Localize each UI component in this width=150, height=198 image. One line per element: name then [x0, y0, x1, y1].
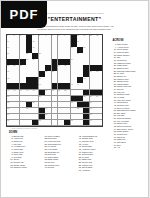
grid-cell-black [96, 90, 102, 96]
cell-number: 53 [7, 96, 13, 98]
grid-cell-black [83, 102, 89, 108]
grid-cell-black [83, 114, 89, 120]
grid-cell [45, 120, 51, 126]
grid-cell [64, 114, 70, 120]
grid-cell: 4 [32, 35, 38, 41]
grid-cell [45, 96, 51, 102]
clue-number: 13 [9, 166, 13, 168]
cell-number: 62 [7, 108, 13, 110]
grid-cell: 54 [39, 96, 45, 102]
grid-cell [64, 71, 70, 77]
grid-cell: 43 [77, 83, 83, 89]
grid-cell: 70 [7, 120, 13, 126]
grid-cell [58, 77, 64, 83]
grid-cell-black [83, 71, 89, 77]
grid-cell [58, 71, 64, 77]
grid-cell [96, 59, 102, 65]
grid-cell: 41 [39, 83, 45, 89]
grid-cell [32, 96, 38, 102]
cell-number: 9 [64, 35, 70, 37]
cell-number: 59 [33, 102, 39, 104]
grid-cell-black [26, 77, 32, 83]
down-clue-columns: 1Big top star2Actor's line3Night club4Fa… [9, 135, 109, 172]
grid-cell-black [39, 90, 45, 96]
cell-number: 2 [14, 35, 20, 37]
cell-number: 61 [90, 102, 96, 104]
grid-cell: 39 [39, 77, 45, 83]
cell-number: 51 [58, 90, 64, 92]
cell-number: 60 [71, 102, 77, 104]
cell-number: 41 [39, 84, 45, 86]
cell-number: 46 [20, 90, 26, 92]
cell-number: 45 [14, 90, 20, 92]
grid-cell [64, 108, 70, 114]
pdf-badge[interactable]: PDF [1, 1, 47, 28]
down-clue: 13Marquee name [9, 166, 41, 168]
grid-cell [13, 47, 19, 53]
cell-number: 66 [90, 108, 96, 110]
grid-cell [13, 53, 19, 59]
grid-cell: 33 [7, 71, 13, 77]
grid-cell-black [71, 96, 77, 102]
grid-cell [45, 59, 51, 65]
grid-cell: 66 [90, 108, 96, 114]
down-clue-column-2: 19Roller coaster22Drum solo24Front row s… [43, 135, 75, 172]
grid-cell [20, 102, 26, 108]
grid-cell-black [32, 77, 38, 83]
cell-number: 50 [52, 90, 58, 92]
cell-number: 31 [58, 65, 64, 67]
grid-cell [13, 102, 19, 108]
grid-cell [83, 53, 89, 59]
grid-cell [20, 114, 26, 120]
grid-cell-black [26, 47, 32, 53]
grid-cell: 19 [71, 47, 77, 53]
grid-cell [45, 83, 51, 89]
cell-number: 48 [33, 90, 39, 92]
grid-cell [64, 77, 70, 83]
grid-cell [52, 108, 58, 114]
grid-cell [45, 102, 51, 108]
grid-cell [64, 102, 70, 108]
cell-number: 56 [90, 96, 96, 98]
grid-cell [45, 77, 51, 83]
cell-number: 32 [64, 65, 70, 67]
grid-cell-black [83, 90, 89, 96]
grid-cell: 32 [64, 65, 70, 71]
grid-cell [58, 41, 64, 47]
grid-cell [13, 41, 19, 47]
grid-cell-black [58, 59, 64, 65]
grid-cell: 37 [96, 71, 102, 77]
grid-cell: 56 [90, 96, 96, 102]
grid-cell-black [83, 120, 89, 126]
grid-cell [39, 59, 45, 65]
grid-cell-black [26, 35, 32, 41]
grid-cell [32, 71, 38, 77]
grid-cell: 63 [26, 108, 32, 114]
cell-number: 43 [77, 84, 83, 86]
cell-number: 1 [7, 35, 13, 37]
grid-cell: 44 [7, 90, 13, 96]
grid-cell [52, 53, 58, 59]
grid-cell [58, 47, 64, 53]
grid-cell-black [83, 65, 89, 71]
grid-cell [71, 77, 77, 83]
grid-cell [45, 53, 51, 59]
grid-cell [90, 53, 96, 59]
grid-cell-black [52, 59, 58, 65]
grid-cell [96, 114, 102, 120]
grid-cell [45, 47, 51, 53]
grid-cell [20, 53, 26, 59]
grid-cell: 21 [7, 53, 13, 59]
clue-text: Reruns [48, 166, 75, 168]
grid-cell: 11 [83, 35, 89, 41]
grid-cell [58, 102, 64, 108]
grid-cell [96, 102, 102, 108]
clue-number: 71 [113, 146, 117, 148]
grid-cell [77, 65, 83, 71]
grid-cell [71, 90, 77, 96]
cell-number: 34 [45, 71, 51, 73]
grid-cell [77, 71, 83, 77]
grid-cell-black [20, 59, 26, 65]
cell-number: 67 [7, 114, 13, 116]
cell-number: 15 [33, 41, 39, 43]
grid-cell [32, 108, 38, 114]
document-page: PDF Reprinted and printable from the Voc… [0, 0, 149, 198]
grid-cell: 38 [7, 77, 13, 83]
grid-cell: 13 [96, 35, 102, 41]
grid-cell: 68 [45, 114, 51, 120]
cell-number: 36 [90, 71, 96, 73]
down-clue: 63Applause [77, 169, 109, 171]
cell-number: 39 [39, 78, 45, 80]
grid-cell: 8 [58, 35, 64, 41]
grid-cell: 71 [39, 120, 45, 126]
grid-cell-black [39, 108, 45, 114]
grid-cell [26, 114, 32, 120]
grid-cell: 31 [58, 65, 64, 71]
cell-number: 7 [52, 35, 58, 37]
grid-cell [64, 53, 70, 59]
grid-cell [20, 47, 26, 53]
grid-cell [26, 71, 32, 77]
cell-number: 6 [45, 35, 51, 37]
grid-cell [39, 102, 45, 108]
grid-cell [83, 41, 89, 47]
grid-cell: 60 [71, 102, 77, 108]
grid-cell [52, 96, 58, 102]
grid-cell: 36 [90, 71, 96, 77]
cell-number: 29 [14, 65, 20, 67]
grid-cell-black [26, 83, 32, 89]
cell-number: 17 [7, 47, 13, 49]
grid-cell [90, 77, 96, 83]
grid-cell-black [77, 47, 83, 53]
grid-cell: 49 [45, 90, 51, 96]
grid-cell-black [32, 83, 38, 89]
cell-number: 70 [7, 120, 13, 122]
grid-cell [52, 102, 58, 108]
grid-cell-black [64, 83, 70, 89]
cell-number: 57 [96, 96, 102, 98]
cell-number: 42 [71, 84, 77, 86]
grid-cell [13, 77, 19, 83]
grid-cell [77, 59, 83, 65]
grid-cell: 55 [83, 96, 89, 102]
cell-number: 27 [71, 59, 77, 61]
grid-cell: 12 [90, 35, 96, 41]
grid-cell: 51 [58, 90, 64, 96]
clue-number: 41 [43, 166, 47, 168]
grid-cell: 46 [20, 90, 26, 96]
grid-cell [71, 71, 77, 77]
grid-cell: 42 [71, 83, 77, 89]
grid-cell [96, 47, 102, 53]
cell-number: 5 [39, 35, 45, 37]
cell-number: 40 [84, 78, 90, 80]
grid-cell: 29 [13, 65, 19, 71]
grid-cell: 18 [32, 47, 38, 53]
grid-cell-black [32, 120, 38, 126]
grid-cell: 25 [26, 59, 32, 65]
grid-cell [52, 41, 58, 47]
grid-cell: 23 [39, 53, 45, 59]
grid-cell [58, 120, 64, 126]
grid-cell-black [90, 65, 96, 71]
grid-cell-black [64, 120, 70, 126]
grid-cell [83, 83, 89, 89]
cell-number: 37 [96, 71, 102, 73]
grid-cell: 17 [7, 47, 13, 53]
cell-number: 4 [33, 35, 39, 37]
grid-cell: 10 [77, 35, 83, 41]
grid-cell-black [58, 83, 64, 89]
grid-cell [96, 77, 102, 83]
grid-cell-black [13, 59, 19, 65]
grid-cell [32, 114, 38, 120]
cell-number: 44 [7, 90, 13, 92]
across-heading: ACROSS [113, 39, 150, 42]
grid-cell: 48 [32, 90, 38, 96]
grid-cell: 45 [13, 90, 19, 96]
grid-cell [39, 65, 45, 71]
grid-cell-black [45, 65, 51, 71]
cell-number: 33 [7, 71, 13, 73]
grid-cell-black [26, 41, 32, 47]
grid-cell: 27 [71, 59, 77, 65]
cell-number: 38 [7, 78, 13, 80]
grid-cell [90, 59, 96, 65]
cell-number: 12 [90, 35, 96, 37]
grid-cell [96, 120, 102, 126]
cell-number: 26 [33, 59, 39, 61]
cell-number: 3 [20, 35, 26, 37]
grid-cell: 53 [7, 96, 13, 102]
grid-cell [20, 71, 26, 77]
grid-cell: 1 [7, 35, 13, 41]
grid-cell [13, 96, 19, 102]
grid-cell [20, 120, 26, 126]
across-clue-list: 1Jazz combo4A ticket seller10Movie snack… [113, 43, 150, 148]
grid-cell [32, 65, 38, 71]
grid-cell [39, 41, 45, 47]
cell-number: 14 [7, 41, 13, 43]
grid-cell: 52 [64, 90, 70, 96]
grid-cell [13, 108, 19, 114]
grid-cell: 14 [7, 41, 13, 47]
grid-cell-black [77, 102, 83, 108]
cell-number: 71 [39, 120, 45, 122]
grid-cell: 2 [13, 35, 19, 41]
grid-cell: 26 [32, 59, 38, 65]
grid-cell: 30 [20, 65, 26, 71]
grid-cell [26, 65, 32, 71]
down-clue: 41Reruns [43, 166, 75, 168]
grid-cell [52, 77, 58, 83]
grid-cell [90, 47, 96, 53]
cell-number: 72 [71, 120, 77, 122]
grid-cell-black [52, 83, 58, 89]
grid-cell [96, 83, 102, 89]
grid-cell: 58 [7, 102, 13, 108]
cell-number: 52 [64, 90, 70, 92]
grid-cell [96, 41, 102, 47]
grid-cell [52, 114, 58, 120]
grid-cell-black [71, 41, 77, 47]
crossword-grid: 1234567891011121314151617181920212223242… [6, 34, 103, 127]
grid-cell: 64 [45, 108, 51, 114]
grid-cell [71, 53, 77, 59]
grid-cell-black [13, 83, 19, 89]
cell-number: 11 [84, 35, 90, 37]
cell-number: 24 [77, 53, 83, 55]
grid-cell [77, 114, 83, 120]
down-section: DOWN 1Big top star2Actor's line3Night cl… [9, 131, 109, 172]
cell-number: 68 [45, 114, 51, 116]
grid-cell: 47 [26, 90, 32, 96]
grid-cell: 7 [52, 35, 58, 41]
cell-number: 18 [33, 47, 39, 49]
grid-cell: 50 [52, 90, 58, 96]
grid-cell [20, 108, 26, 114]
grid-cell [52, 120, 58, 126]
grid-cell: 5 [39, 35, 45, 41]
cell-number: 58 [7, 102, 13, 104]
grid-cell-black [83, 108, 89, 114]
grid-cell: 9 [64, 35, 70, 41]
down-heading: DOWN [9, 131, 109, 134]
cell-number: 10 [77, 35, 83, 37]
cell-number: 73 [90, 120, 96, 122]
down-clue-column-1: 1Big top star2Actor's line3Night club4Fa… [9, 135, 41, 172]
grid-cell [96, 53, 102, 59]
grid-cell [52, 47, 58, 53]
grid-cell [58, 53, 64, 59]
grid-cell: 57 [96, 96, 102, 102]
grid-cell: 16 [77, 41, 83, 47]
grid-cell: 22 [26, 53, 32, 59]
grid-cell-black [71, 35, 77, 41]
clue-text: Applause [82, 169, 109, 171]
cell-number: 54 [39, 96, 45, 98]
cell-number: 30 [20, 65, 26, 67]
grid-cell-black [96, 65, 102, 71]
cell-number: 63 [26, 108, 32, 110]
grid-cell [77, 90, 83, 96]
grid-cell [26, 120, 32, 126]
cell-number: 35 [52, 71, 58, 73]
cell-number: 65 [77, 108, 83, 110]
grid-cell: 35 [52, 71, 58, 77]
grid-cell: 65 [77, 108, 83, 114]
across-section: ACROSS 1Jazz combo4A ticket seller10Movi… [113, 39, 150, 149]
grid-cell: 40 [83, 77, 89, 83]
grid-cell: 61 [90, 102, 96, 108]
grid-cell-black [39, 114, 45, 120]
grid-cell-black [26, 102, 32, 108]
grid-cell: 72 [71, 120, 77, 126]
grid-cell-black [7, 83, 13, 89]
cell-number: 25 [26, 59, 32, 61]
grid-cell: 73 [90, 120, 96, 126]
grid-cell: 59 [32, 102, 38, 108]
grid-cell [13, 120, 19, 126]
grid-cell [58, 108, 64, 114]
grid-cell: 34 [45, 71, 51, 77]
grid-cell [58, 114, 64, 120]
grid-cell [45, 41, 51, 47]
grid-cell: 28 [7, 65, 13, 71]
grid-cell [13, 114, 19, 120]
grid-cell [20, 77, 26, 83]
grid-cell [39, 47, 45, 53]
grid-cell-black [7, 59, 13, 65]
grid-cell-black [32, 53, 38, 59]
grid-cell-black [77, 96, 83, 102]
cell-number: 16 [77, 41, 83, 43]
grid-cell [90, 41, 96, 47]
cell-number: 22 [26, 53, 32, 55]
grid-cell [20, 41, 26, 47]
down-clue-column-3: 42Ventriloquist's pal43Parade float44Juk… [77, 135, 109, 172]
grid-cell [64, 41, 70, 47]
clue-number: 63 [77, 169, 81, 171]
cell-number: 55 [84, 96, 90, 98]
pdf-badge-label: PDF [10, 7, 39, 22]
cell-number: 49 [45, 90, 51, 92]
cell-number: 8 [58, 35, 64, 37]
grid-cell-black [77, 77, 83, 83]
grid-cell: 3 [20, 35, 26, 41]
grid-cell-black [39, 71, 45, 77]
cell-number: 23 [39, 53, 45, 55]
grid-cell [90, 83, 96, 89]
grid-cell [71, 108, 77, 114]
grid-cell [71, 65, 77, 71]
copyright-line: © Brain Vitamins vocabulary puzzles [10, 127, 37, 129]
grid-cell [77, 120, 83, 126]
cell-number: 13 [96, 35, 102, 37]
grid-cell [26, 96, 32, 102]
grid-cell: 15 [32, 41, 38, 47]
grid-cell [58, 96, 64, 102]
grid-cell: 62 [7, 108, 13, 114]
grid-cell [64, 47, 70, 53]
cell-number: 28 [7, 65, 13, 67]
